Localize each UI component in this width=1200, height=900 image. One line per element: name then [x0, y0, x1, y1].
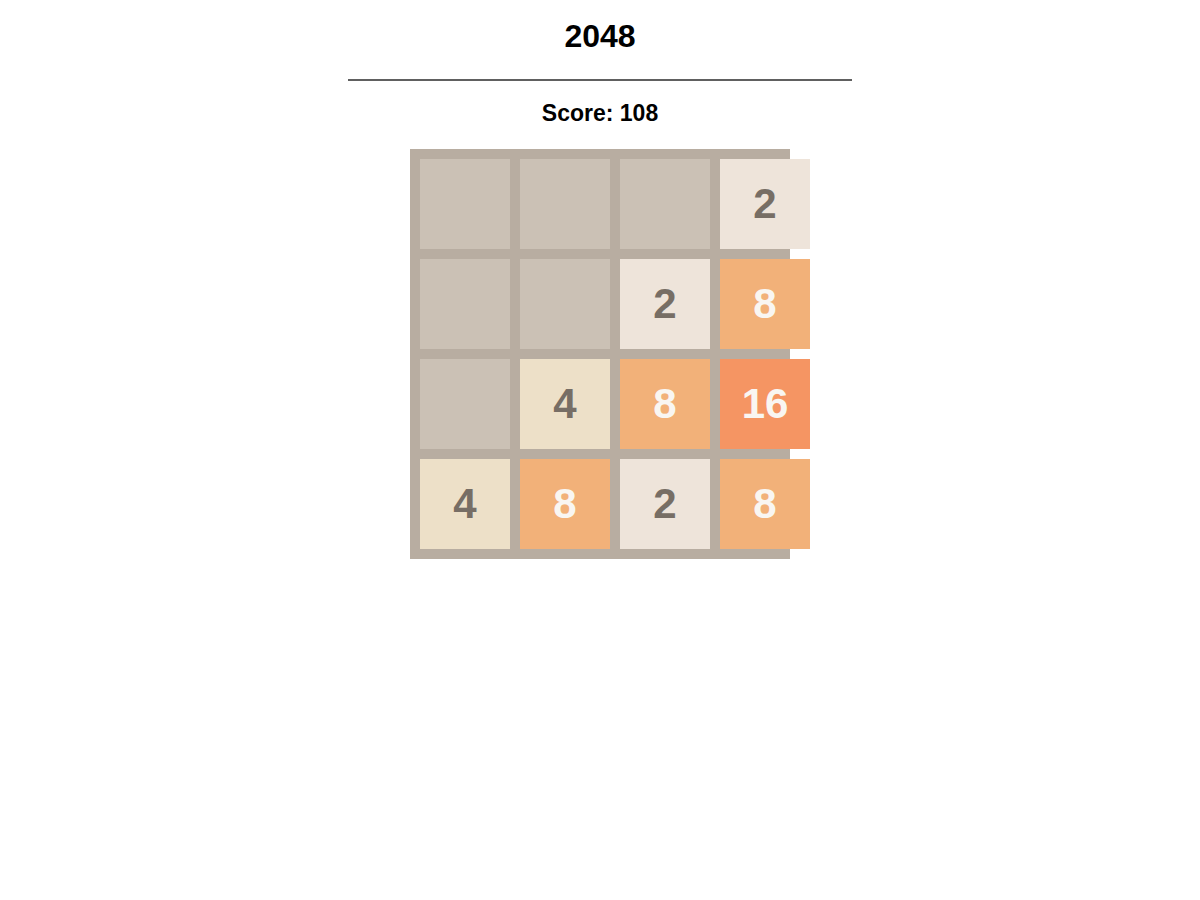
empty-cell-r2c2 — [520, 259, 610, 349]
tile-2-r1c4: 2 — [720, 159, 810, 249]
tile-8-r2c4: 8 — [720, 259, 810, 349]
empty-cell-r1c3 — [620, 159, 710, 249]
page-title: 2048 — [348, 18, 852, 55]
empty-cell-r3c1 — [420, 359, 510, 449]
game-container: 2048 Score: 108 22848164828 — [348, 18, 852, 559]
divider-line — [348, 79, 852, 81]
tile-4-r3c2: 4 — [520, 359, 610, 449]
tile-8-r3c3: 8 — [620, 359, 710, 449]
tile-4-r4c1: 4 — [420, 459, 510, 549]
tile-2-r4c3: 2 — [620, 459, 710, 549]
board[interactable]: 22848164828 — [410, 149, 790, 559]
tile-2-r2c3: 2 — [620, 259, 710, 349]
score-label: Score: — [542, 100, 614, 126]
empty-cell-r1c1 — [420, 159, 510, 249]
score-value: 108 — [620, 100, 658, 126]
score-display: Score: 108 — [348, 101, 852, 126]
empty-cell-r1c2 — [520, 159, 610, 249]
tile-8-r4c2: 8 — [520, 459, 610, 549]
tile-8-r4c4: 8 — [720, 459, 810, 549]
empty-cell-r2c1 — [420, 259, 510, 349]
tile-16-r3c4: 16 — [720, 359, 810, 449]
